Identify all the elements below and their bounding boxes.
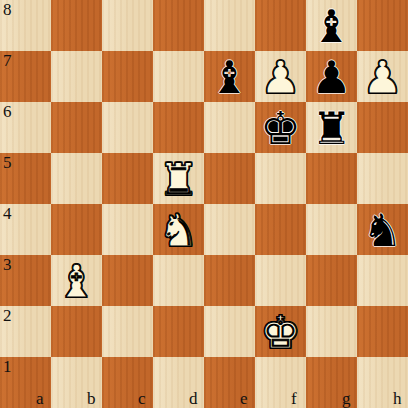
square-c4[interactable] [102, 204, 153, 255]
square-e1[interactable] [204, 357, 255, 408]
square-b6[interactable] [51, 102, 102, 153]
square-e3[interactable] [204, 255, 255, 306]
square-f5[interactable] [255, 153, 306, 204]
square-f4[interactable] [255, 204, 306, 255]
square-c2[interactable] [102, 306, 153, 357]
square-a8[interactable] [0, 0, 51, 51]
square-f1[interactable] [255, 357, 306, 408]
white-pawn: ♟ [260, 55, 300, 100]
square-e5[interactable] [204, 153, 255, 204]
chess-board: ♝♝♟♟♟♚♜♜♞♞♝♚87654321abcdefgh [0, 0, 408, 408]
square-a3[interactable] [0, 255, 51, 306]
square-e2[interactable] [204, 306, 255, 357]
square-d4[interactable]: ♞ [153, 204, 204, 255]
square-g6[interactable]: ♜ [306, 102, 357, 153]
square-d2[interactable] [153, 306, 204, 357]
square-e4[interactable] [204, 204, 255, 255]
square-g1[interactable] [306, 357, 357, 408]
square-d8[interactable] [153, 0, 204, 51]
square-a6[interactable] [0, 102, 51, 153]
black-bishop: ♝ [311, 4, 351, 49]
square-e7[interactable]: ♝ [204, 51, 255, 102]
square-b4[interactable] [51, 204, 102, 255]
square-h6[interactable] [357, 102, 408, 153]
square-e8[interactable] [204, 0, 255, 51]
black-rook: ♜ [311, 106, 351, 151]
white-rook: ♜ [158, 157, 198, 202]
square-h8[interactable] [357, 0, 408, 51]
square-h3[interactable] [357, 255, 408, 306]
square-g3[interactable] [306, 255, 357, 306]
square-c1[interactable] [102, 357, 153, 408]
square-c6[interactable] [102, 102, 153, 153]
square-g7[interactable]: ♟ [306, 51, 357, 102]
square-f2[interactable]: ♚ [255, 306, 306, 357]
square-a2[interactable] [0, 306, 51, 357]
square-a7[interactable] [0, 51, 51, 102]
square-a5[interactable] [0, 153, 51, 204]
square-b1[interactable] [51, 357, 102, 408]
square-h2[interactable] [357, 306, 408, 357]
black-king: ♚ [260, 106, 300, 151]
square-c3[interactable] [102, 255, 153, 306]
square-b2[interactable] [51, 306, 102, 357]
square-d5[interactable]: ♜ [153, 153, 204, 204]
square-a4[interactable] [0, 204, 51, 255]
square-f7[interactable]: ♟ [255, 51, 306, 102]
square-g2[interactable] [306, 306, 357, 357]
square-c5[interactable] [102, 153, 153, 204]
square-b8[interactable] [51, 0, 102, 51]
square-g8[interactable]: ♝ [306, 0, 357, 51]
square-c8[interactable] [102, 0, 153, 51]
square-b3[interactable]: ♝ [51, 255, 102, 306]
white-pawn: ♟ [362, 55, 402, 100]
square-g5[interactable] [306, 153, 357, 204]
square-d1[interactable] [153, 357, 204, 408]
square-d7[interactable] [153, 51, 204, 102]
square-h1[interactable] [357, 357, 408, 408]
square-e6[interactable] [204, 102, 255, 153]
square-h4[interactable]: ♞ [357, 204, 408, 255]
square-h7[interactable]: ♟ [357, 51, 408, 102]
square-b7[interactable] [51, 51, 102, 102]
square-g4[interactable] [306, 204, 357, 255]
square-d6[interactable] [153, 102, 204, 153]
square-a1[interactable] [0, 357, 51, 408]
black-pawn: ♟ [311, 55, 351, 100]
black-knight: ♞ [362, 208, 402, 253]
square-f3[interactable] [255, 255, 306, 306]
square-f6[interactable]: ♚ [255, 102, 306, 153]
white-king: ♚ [260, 310, 300, 355]
white-knight: ♞ [158, 208, 198, 253]
square-d3[interactable] [153, 255, 204, 306]
square-h5[interactable] [357, 153, 408, 204]
square-b5[interactable] [51, 153, 102, 204]
square-f8[interactable] [255, 0, 306, 51]
black-bishop: ♝ [209, 55, 249, 100]
white-bishop: ♝ [56, 259, 96, 304]
square-c7[interactable] [102, 51, 153, 102]
